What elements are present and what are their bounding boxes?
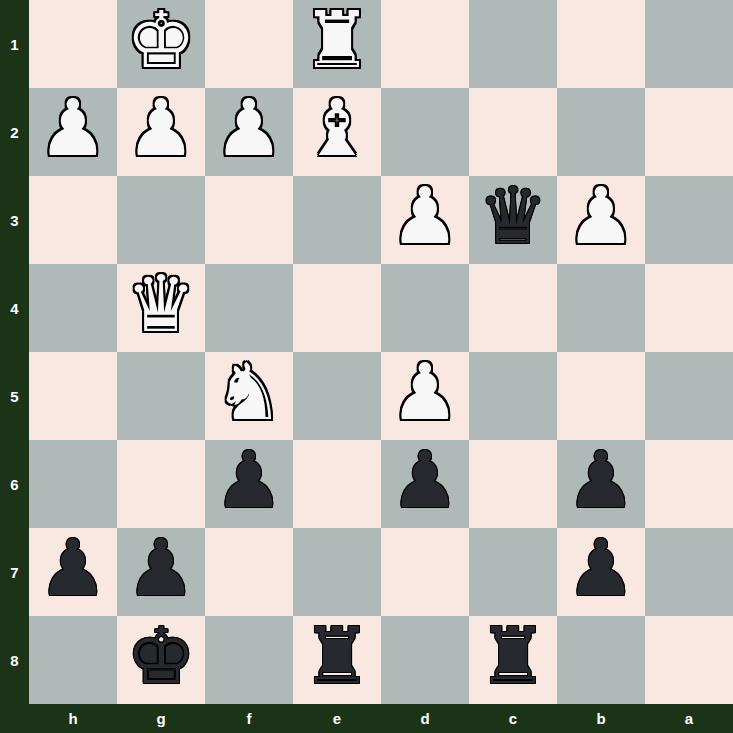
black-king-icon[interactable]: ♚ — [126, 612, 196, 700]
black-pawn-icon[interactable]: ♟ — [390, 436, 460, 524]
square-f8[interactable] — [205, 616, 293, 704]
square-g2[interactable]: ♟ — [117, 88, 205, 176]
square-h3[interactable] — [29, 176, 117, 264]
square-g8[interactable]: ♚ — [117, 616, 205, 704]
square-g4[interactable]: ♛ — [117, 264, 205, 352]
square-e2[interactable]: ♝ — [293, 88, 381, 176]
square-g3[interactable] — [117, 176, 205, 264]
rank-label-5: 5 — [0, 352, 29, 440]
square-g7[interactable]: ♟ — [117, 528, 205, 616]
rank-label-2: 2 — [0, 88, 29, 176]
square-f6[interactable]: ♟ — [205, 440, 293, 528]
file-label-c: c — [469, 704, 557, 733]
square-a3[interactable] — [645, 176, 733, 264]
square-h7[interactable]: ♟ — [29, 528, 117, 616]
square-f7[interactable] — [205, 528, 293, 616]
square-d6[interactable]: ♟ — [381, 440, 469, 528]
square-a2[interactable] — [645, 88, 733, 176]
square-b5[interactable] — [557, 352, 645, 440]
rank-label-7: 7 — [0, 528, 29, 616]
square-d4[interactable] — [381, 264, 469, 352]
black-pawn-icon[interactable]: ♟ — [566, 436, 636, 524]
white-king-icon[interactable]: ♚ — [126, 0, 196, 84]
square-e4[interactable] — [293, 264, 381, 352]
square-d8[interactable] — [381, 616, 469, 704]
square-h6[interactable] — [29, 440, 117, 528]
black-pawn-icon[interactable]: ♟ — [566, 524, 636, 612]
square-g1[interactable]: ♚ — [117, 0, 205, 88]
white-pawn-icon[interactable]: ♟ — [390, 172, 460, 260]
square-d5[interactable]: ♟ — [381, 352, 469, 440]
black-pawn-icon[interactable]: ♟ — [214, 436, 284, 524]
file-label-e: e — [293, 704, 381, 733]
square-e8[interactable]: ♜ — [293, 616, 381, 704]
square-d1[interactable] — [381, 0, 469, 88]
square-f3[interactable] — [205, 176, 293, 264]
file-label-d: d — [381, 704, 469, 733]
square-c7[interactable] — [469, 528, 557, 616]
square-e5[interactable] — [293, 352, 381, 440]
rank-label-1: 1 — [0, 0, 29, 88]
white-rook-icon[interactable]: ♜ — [302, 0, 372, 84]
square-e7[interactable] — [293, 528, 381, 616]
square-f5[interactable]: ♞ — [205, 352, 293, 440]
white-pawn-icon[interactable]: ♟ — [38, 84, 108, 172]
square-c5[interactable] — [469, 352, 557, 440]
square-a7[interactable] — [645, 528, 733, 616]
square-b8[interactable] — [557, 616, 645, 704]
file-label-g: g — [117, 704, 205, 733]
file-labels: hgfedcba — [29, 704, 733, 733]
square-c1[interactable] — [469, 0, 557, 88]
square-c6[interactable] — [469, 440, 557, 528]
square-a8[interactable] — [645, 616, 733, 704]
square-g6[interactable] — [117, 440, 205, 528]
black-pawn-icon[interactable]: ♟ — [38, 524, 108, 612]
white-pawn-icon[interactable]: ♟ — [566, 172, 636, 260]
white-pawn-icon[interactable]: ♟ — [214, 84, 284, 172]
white-pawn-icon[interactable]: ♟ — [126, 84, 196, 172]
white-queen-icon[interactable]: ♛ — [126, 260, 196, 348]
square-f4[interactable] — [205, 264, 293, 352]
square-h1[interactable] — [29, 0, 117, 88]
square-e1[interactable]: ♜ — [293, 0, 381, 88]
square-f2[interactable]: ♟ — [205, 88, 293, 176]
square-e6[interactable] — [293, 440, 381, 528]
square-g5[interactable] — [117, 352, 205, 440]
square-b3[interactable]: ♟ — [557, 176, 645, 264]
file-label-f: f — [205, 704, 293, 733]
square-d2[interactable] — [381, 88, 469, 176]
rank-label-3: 3 — [0, 176, 29, 264]
square-a1[interactable] — [645, 0, 733, 88]
file-label-b: b — [557, 704, 645, 733]
square-a4[interactable] — [645, 264, 733, 352]
rank-labels: 12345678 — [0, 0, 29, 704]
square-h8[interactable] — [29, 616, 117, 704]
black-rook-icon[interactable]: ♜ — [478, 612, 548, 700]
rank-label-6: 6 — [0, 440, 29, 528]
board-grid: ♚♜♟♟♟♝♟♛♟♛♞♟♟♟♟♟♟♟♚♜♜ — [29, 0, 733, 704]
white-pawn-icon[interactable]: ♟ — [390, 348, 460, 436]
black-pawn-icon[interactable]: ♟ — [126, 524, 196, 612]
square-c4[interactable] — [469, 264, 557, 352]
square-c8[interactable]: ♜ — [469, 616, 557, 704]
file-label-a: a — [645, 704, 733, 733]
rank-label-4: 4 — [0, 264, 29, 352]
white-knight-icon[interactable]: ♞ — [214, 348, 284, 436]
square-e3[interactable] — [293, 176, 381, 264]
square-d7[interactable] — [381, 528, 469, 616]
square-f1[interactable] — [205, 0, 293, 88]
square-a6[interactable] — [645, 440, 733, 528]
square-h2[interactable]: ♟ — [29, 88, 117, 176]
chess-board-frame: 12345678 ♚♜♟♟♟♝♟♛♟♛♞♟♟♟♟♟♟♟♚♜♜ hgfedcba — [0, 0, 733, 733]
rank-label-8: 8 — [0, 616, 29, 704]
square-d3[interactable]: ♟ — [381, 176, 469, 264]
file-label-h: h — [29, 704, 117, 733]
square-b1[interactable] — [557, 0, 645, 88]
square-b4[interactable] — [557, 264, 645, 352]
square-h5[interactable] — [29, 352, 117, 440]
square-a5[interactable] — [645, 352, 733, 440]
black-queen-icon[interactable]: ♛ — [478, 172, 548, 260]
black-rook-icon[interactable]: ♜ — [302, 612, 372, 700]
square-b6[interactable]: ♟ — [557, 440, 645, 528]
square-b7[interactable]: ♟ — [557, 528, 645, 616]
square-c3[interactable]: ♛ — [469, 176, 557, 264]
square-c2[interactable] — [469, 88, 557, 176]
square-b2[interactable] — [557, 88, 645, 176]
square-h4[interactable] — [29, 264, 117, 352]
white-bishop-icon[interactable]: ♝ — [302, 84, 372, 172]
